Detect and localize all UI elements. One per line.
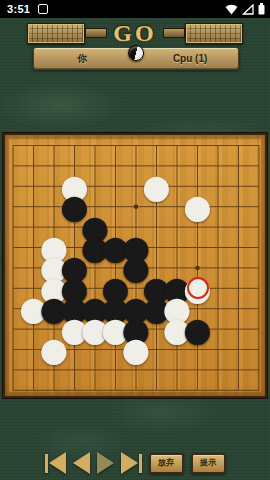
wifi-icon <box>225 4 238 15</box>
last-move-button[interactable] <box>121 452 142 474</box>
banner-ornament-left <box>27 23 85 44</box>
pass-button[interactable]: 放弃 <box>149 453 184 474</box>
first-move-button[interactable] <box>45 452 66 474</box>
banner-chain-left <box>85 28 107 38</box>
battery-icon <box>258 3 265 15</box>
hoshi-point <box>72 327 76 331</box>
status-bar: 3:51 <box>0 0 270 18</box>
hoshi-point <box>195 266 199 270</box>
controls-bar: 放弃 提示 <box>0 446 270 480</box>
banner-ornament-right <box>185 23 243 44</box>
step-back-icon <box>73 452 90 474</box>
hoshi-point <box>134 266 138 270</box>
app-screen: 3:51 GO 你 Cpu (1) ●●●●●●●●●●●●●●●●●●●●●●… <box>0 0 270 480</box>
hoshi-point <box>195 205 199 209</box>
player-bar: 你 Cpu (1) <box>33 47 239 70</box>
hoshi-point <box>72 205 76 209</box>
go-board[interactable]: ●●●●●●●●●●●●●●●●●●●●●●●●●●●●●●●●●● <box>3 133 267 398</box>
first-move-bar-icon <box>45 454 48 473</box>
hoshi-point <box>195 327 199 331</box>
clock: 3:51 <box>7 3 30 15</box>
last-move-bar-icon <box>139 454 142 473</box>
turn-indicator-ball <box>128 45 144 61</box>
banner-chain-right <box>163 28 185 38</box>
player-you-label: 你 <box>36 48 128 69</box>
board-grid <box>5 135 269 400</box>
hoshi-point <box>134 327 138 331</box>
step-forward-icon <box>97 452 114 474</box>
next-move-button[interactable] <box>97 452 114 474</box>
hoshi-point <box>134 205 138 209</box>
hoshi-point <box>72 266 76 270</box>
notification-icon <box>38 4 48 14</box>
player-cpu-label: Cpu (1) <box>144 48 236 69</box>
cellular-icon <box>242 4 254 15</box>
step-back-icon <box>49 452 66 474</box>
previous-move-button[interactable] <box>73 452 90 474</box>
title-banner: GO <box>0 19 270 47</box>
step-forward-icon <box>121 452 138 474</box>
hint-button[interactable]: 提示 <box>191 453 226 474</box>
app-title: GO <box>107 20 162 46</box>
